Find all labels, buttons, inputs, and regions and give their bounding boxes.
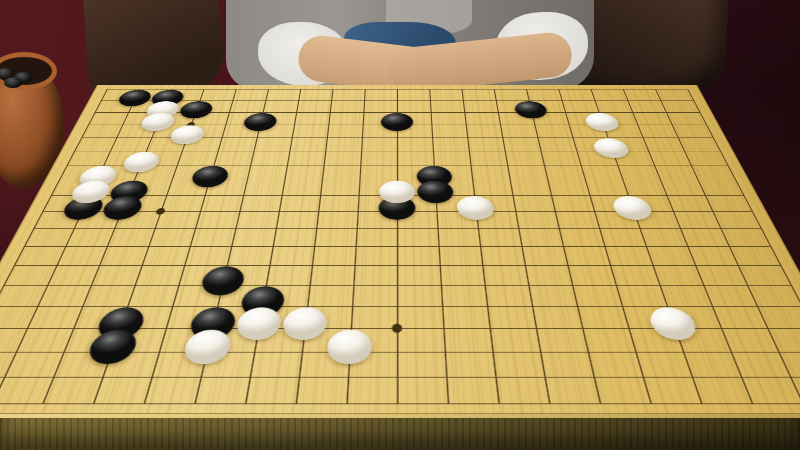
photo-scene <box>0 0 800 450</box>
black-stone <box>513 101 548 118</box>
white-stone <box>168 125 207 144</box>
goban-front-edge <box>0 414 800 450</box>
white-stone <box>234 307 283 339</box>
black-stone <box>177 101 214 118</box>
black-stone <box>115 90 153 106</box>
black-stone <box>99 196 145 220</box>
white-stone <box>67 181 113 203</box>
black-stone <box>417 181 454 203</box>
goban <box>0 85 800 414</box>
white-stone <box>456 196 496 220</box>
black-stone <box>242 113 278 131</box>
black-stone <box>189 166 230 187</box>
white-stone <box>326 330 372 364</box>
white-stone <box>379 181 415 203</box>
black-stone <box>381 113 414 131</box>
black-stone <box>199 266 247 295</box>
white-stone <box>181 330 233 364</box>
white-stone <box>591 138 631 158</box>
board-grid <box>0 84 800 418</box>
black-stone <box>84 330 140 364</box>
goban-playing-area <box>0 89 800 403</box>
chair-armrest-left <box>82 0 225 97</box>
white-stone <box>583 113 621 131</box>
white-stone <box>138 113 177 131</box>
white-stone <box>610 196 655 220</box>
bowl-black-stone <box>4 77 22 88</box>
white-stone <box>120 152 163 172</box>
white-stone <box>646 307 701 339</box>
white-stone <box>281 307 328 339</box>
